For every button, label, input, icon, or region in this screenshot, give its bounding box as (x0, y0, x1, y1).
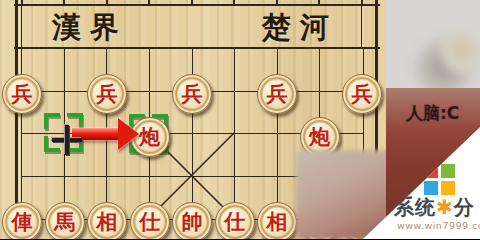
crosshair-cursor-icon[interactable] (52, 125, 82, 155)
river-top-line (14, 4, 380, 6)
river-edge-left-line (21, 4, 22, 48)
piece-char: 相 (267, 203, 288, 240)
piece-相[interactable]: 相 (87, 202, 127, 240)
piece-兵[interactable]: 兵 (342, 74, 382, 114)
blurred-content (441, 28, 480, 73)
piece-char: 炮 (139, 118, 160, 156)
piece-char: 俥 (12, 203, 33, 240)
piece-相[interactable]: 相 (257, 202, 297, 240)
move-arrow-head (118, 118, 139, 150)
xiangqi-app-screenshot: 漢界 楚河 兵兵兵兵兵炮炮俥馬相仕帥仕相馬俥 (0, 0, 480, 239)
watermark-brand-suffix: 分 (454, 195, 475, 219)
piece-char: 仕 (139, 203, 160, 240)
xiangqi-board[interactable]: 漢界 楚河 兵兵兵兵兵炮炮俥馬相仕帥仕相馬俥 (0, 0, 386, 239)
piece-仕[interactable]: 仕 (130, 202, 170, 240)
river-label-right: 楚河 (262, 8, 338, 48)
piece-char: 兵 (267, 75, 288, 113)
piece-帥[interactable]: 帥 (172, 202, 212, 240)
piece-兵[interactable]: 兵 (257, 74, 297, 114)
logo-square-top_right (441, 164, 455, 178)
piece-仕[interactable]: 仕 (215, 202, 255, 240)
move-arrow (72, 117, 140, 151)
piece-char: 兵 (12, 75, 33, 113)
logo-square-bottom_left (424, 181, 438, 195)
star-icon: ✱ (436, 195, 454, 219)
piece-馬[interactable]: 馬 (45, 202, 85, 240)
piece-char: 兵 (352, 75, 373, 113)
piece-俥[interactable]: 俥 (2, 202, 42, 240)
logo-square-bottom_right (441, 181, 455, 195)
river-label-left: 漢界 (52, 8, 128, 48)
watermark-url: www.win7999.com (397, 220, 480, 231)
piece-兵[interactable]: 兵 (172, 74, 212, 114)
engine-level-label: 人脑:C (406, 102, 480, 125)
piece-char: 相 (97, 203, 118, 240)
piece-char: 兵 (97, 75, 118, 113)
piece-兵[interactable]: 兵 (87, 74, 127, 114)
piece-char: 帥 (182, 203, 203, 240)
watermark-brand: 系统✱分 (394, 194, 480, 221)
piece-char: 仕 (224, 203, 245, 240)
river-edge-right-line (361, 4, 362, 48)
piece-兵[interactable]: 兵 (2, 74, 42, 114)
piece-char: 兵 (182, 75, 203, 113)
piece-char: 馬 (54, 203, 75, 240)
